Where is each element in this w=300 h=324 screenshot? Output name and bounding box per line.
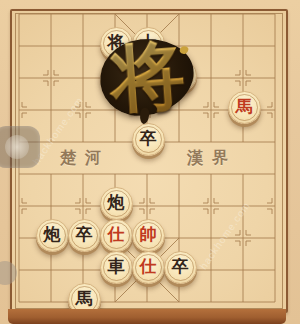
piece-character: 馬 [236, 98, 253, 115]
game-screen: 楚河 漢界 hackhome.com hackhome.com 将士兵士馬卒炮炮… [0, 0, 300, 324]
piece-black-soldier-f9[interactable]: 卒 [164, 251, 197, 284]
river-label-left: 楚河 [53, 149, 117, 167]
piece-character: 士 [172, 66, 189, 83]
piece-black-cannon-d7[interactable]: 炮 [100, 187, 133, 220]
river-label-right: 漢界 [180, 149, 244, 167]
piece-character: 兵 [108, 66, 125, 83]
piece-character: 車 [108, 258, 125, 275]
piece-red-advisor-d8[interactable]: 仕 [100, 219, 133, 252]
piece-black-soldier-e5[interactable]: 卒 [132, 123, 165, 156]
piece-character: 士 [140, 34, 157, 51]
piece-black-cannon-b8[interactable]: 炮 [36, 219, 69, 252]
piece-character: 卒 [140, 130, 157, 147]
piece-red-soldier-d3[interactable]: 兵 [100, 59, 133, 92]
piece-red-horse-h4[interactable]: 馬 [228, 91, 261, 124]
piece-character: 卒 [172, 258, 189, 275]
piece-black-soldier-c8[interactable]: 卒 [68, 219, 101, 252]
board-front-edge [8, 309, 286, 324]
floating-assistive-button[interactable] [0, 126, 40, 168]
piece-character: 仕 [140, 258, 157, 275]
piece-character: 仕 [108, 226, 125, 243]
piece-black-general-d2[interactable]: 将 [100, 27, 133, 60]
piece-character: 将 [108, 34, 125, 51]
piece-black-advisor-f3[interactable]: 士 [164, 59, 197, 92]
piece-black-advisor-e2[interactable]: 士 [132, 27, 165, 60]
piece-character: 炮 [108, 194, 125, 211]
piece-red-general-e8[interactable]: 帥 [132, 219, 165, 252]
piece-character: 炮 [44, 226, 61, 243]
piece-red-advisor-e9[interactable]: 仕 [132, 251, 165, 284]
piece-character: 馬 [76, 290, 93, 307]
assistive-button-knob [5, 135, 29, 159]
piece-character: 帥 [140, 226, 157, 243]
piece-character: 卒 [76, 226, 93, 243]
piece-black-chariot-d9[interactable]: 車 [100, 251, 133, 284]
